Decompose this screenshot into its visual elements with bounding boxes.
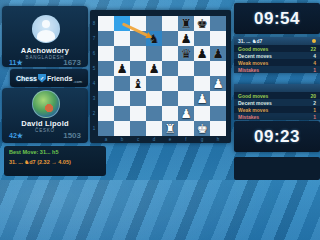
square-d7[interactable]: ♞: [146, 31, 162, 46]
square-b2[interactable]: [114, 106, 130, 121]
square-a1[interactable]: [98, 121, 114, 136]
square-h3[interactable]: [210, 91, 226, 106]
stat-row: Mistakes1: [234, 113, 320, 120]
square-f2[interactable]: ♟: [178, 106, 194, 121]
black-pawn-h6: ♟: [210, 46, 226, 61]
square-d4[interactable]: [146, 76, 162, 91]
square-d5[interactable]: ♟: [146, 61, 162, 76]
rank-label-3: 3: [90, 91, 98, 106]
square-a8[interactable]: [98, 16, 114, 31]
stat-value: 4: [313, 53, 316, 59]
shield-icon: ✓: [38, 74, 46, 83]
rank-label-8: 8: [90, 16, 98, 31]
stats-header: [234, 84, 320, 92]
square-h1[interactable]: [210, 121, 226, 136]
file-labels: abcdefgh: [98, 136, 226, 143]
black-pawn-f7: ♟: [178, 31, 194, 46]
stat-row: Decent moves2: [234, 99, 320, 106]
rank-label-7: 7: [90, 31, 98, 46]
square-d6[interactable]: [146, 46, 162, 61]
player-card-top: AAchowdory BANGLADESH 11★ 1673: [2, 6, 88, 67]
player-league-badge: 42★: [9, 132, 23, 140]
square-g2[interactable]: [194, 106, 210, 121]
stats-panel-top: 31. ... ♞d7Good moves22Decent moves4Weak…: [234, 37, 320, 73]
clock-top: 09:54: [234, 3, 320, 34]
square-f1[interactable]: [178, 121, 194, 136]
white-pawn-g3: ♟: [194, 91, 210, 106]
square-c2[interactable]: [130, 106, 146, 121]
stat-value: 20: [310, 93, 316, 99]
square-b3[interactable]: [114, 91, 130, 106]
board-squares: ♜♚♞♟♛♟♟♟♟♝♟♟♟♜♚: [98, 16, 226, 136]
square-a6[interactable]: [98, 46, 114, 61]
square-e7[interactable]: [162, 31, 178, 46]
white-pawn-f2: ♟: [178, 106, 194, 121]
square-a2[interactable]: [98, 106, 114, 121]
stat-label: Weak moves: [238, 107, 268, 113]
square-a5[interactable]: [98, 61, 114, 76]
white-pawn-h4: ♟: [210, 76, 226, 91]
square-b1[interactable]: [114, 121, 130, 136]
chessfriends-logo[interactable]: Chess ✓ Friends .com: [10, 69, 88, 87]
square-c5[interactable]: [130, 61, 146, 76]
stat-label: Decent moves: [238, 100, 272, 106]
logo-text-friends: Friends: [47, 75, 72, 82]
stat-label: Mistakes: [238, 114, 259, 120]
square-h5[interactable]: [210, 61, 226, 76]
square-g1[interactable]: ♚: [194, 121, 210, 136]
square-e3[interactable]: [162, 91, 178, 106]
black-pawn-b5: ♟: [114, 61, 130, 76]
stat-value: 1: [313, 107, 316, 113]
stats-header: 31. ... ♞d7: [234, 37, 320, 45]
black-queen-f6: ♛: [178, 46, 194, 61]
white-rook-e1: ♜: [162, 121, 178, 136]
square-e2[interactable]: [162, 106, 178, 121]
black-king-g8: ♚: [194, 16, 210, 31]
square-d2[interactable]: [146, 106, 162, 121]
rank-labels: 87654321: [90, 16, 98, 136]
square-g5[interactable]: [194, 61, 210, 76]
stat-label: Good moves: [238, 93, 268, 99]
clock-bottom-time: 09:23: [254, 127, 300, 147]
logo-text-chess: Chess: [16, 75, 37, 82]
square-b7[interactable]: [114, 31, 130, 46]
square-b5[interactable]: ♟: [114, 61, 130, 76]
square-g4[interactable]: [194, 76, 210, 91]
move-annotation-panel: Best Move: 31... h5 31. ... ♞d7 (2.32 → …: [4, 146, 106, 176]
stat-row: Decent moves4: [234, 52, 320, 59]
file-label-h: h: [210, 136, 226, 143]
square-h6[interactable]: ♟: [210, 46, 226, 61]
stat-row: Weak moves1: [234, 106, 320, 113]
player-card-bottom: David Lipold ČESKO 42★ 1503: [2, 88, 88, 143]
file-label-d: d: [146, 136, 162, 143]
stat-value: 1: [313, 67, 316, 73]
square-g3[interactable]: ♟: [194, 91, 210, 106]
black-bishop-c4: ♝: [130, 76, 146, 91]
stat-value: 2: [313, 100, 316, 106]
stat-row: Weak moves4: [234, 59, 320, 66]
black-pawn-g6: ♟: [194, 46, 210, 61]
rank-label-4: 4: [90, 76, 98, 91]
square-c3[interactable]: [130, 91, 146, 106]
file-label-a: a: [98, 136, 114, 143]
chess-board: 87654321 ♜♚♞♟♛♟♟♟♟♝♟♟♟♜♚ abcdefgh: [90, 10, 231, 143]
player-rating: 1673: [63, 58, 81, 67]
rank-label-5: 5: [90, 61, 98, 76]
logo-text-tld: .com: [73, 79, 82, 84]
stat-row: Good moves22: [234, 45, 320, 52]
square-a4[interactable]: [98, 76, 114, 91]
stat-value: 1: [313, 114, 316, 120]
square-e1[interactable]: ♜: [162, 121, 178, 136]
square-a3[interactable]: [98, 91, 114, 106]
rank-label-1: 1: [90, 121, 98, 136]
square-f5[interactable]: [178, 61, 194, 76]
player-name[interactable]: AAchowdory: [2, 46, 88, 55]
black-knight-d7: ♞: [146, 31, 162, 46]
stat-label: Mistakes: [238, 67, 259, 73]
square-f4[interactable]: [178, 76, 194, 91]
square-c4[interactable]: ♝: [130, 76, 146, 91]
avatar[interactable]: [32, 15, 60, 43]
square-d3[interactable]: [146, 91, 162, 106]
square-d1[interactable]: [146, 121, 162, 136]
file-label-f: f: [178, 136, 194, 143]
played-move-text: 31. ... ♞d7 (2.32 → 4.05): [9, 159, 101, 165]
clock-bottom: 09:23: [234, 121, 320, 152]
square-c1[interactable]: [130, 121, 146, 136]
square-e4[interactable]: [162, 76, 178, 91]
stat-value: 22: [310, 46, 316, 52]
square-e5[interactable]: [162, 61, 178, 76]
rank-label-6: 6: [90, 46, 98, 61]
stat-row: Mistakes1: [234, 66, 320, 73]
rank-label-2: 2: [90, 106, 98, 121]
square-b6[interactable]: [114, 46, 130, 61]
square-c7[interactable]: [130, 31, 146, 46]
player-name[interactable]: David Lipold: [2, 119, 88, 128]
square-h7[interactable]: [210, 31, 226, 46]
black-pawn-d5: ♟: [146, 61, 162, 76]
square-e8[interactable]: [162, 16, 178, 31]
square-g6[interactable]: ♟: [194, 46, 210, 61]
file-label-b: b: [114, 136, 130, 143]
stats-header-move: 31. ... ♞d7: [238, 38, 262, 44]
move-quality-dot-icon: [312, 39, 316, 43]
best-move-text: Best Move: 31... h5: [9, 149, 101, 155]
white-king-g1: ♚: [194, 121, 210, 136]
square-f7[interactable]: ♟: [178, 31, 194, 46]
stat-row: Good moves20: [234, 92, 320, 99]
avatar-silhouette-icon: [42, 20, 50, 28]
square-f6[interactable]: ♛: [178, 46, 194, 61]
square-d8[interactable]: [146, 16, 162, 31]
square-e6[interactable]: [162, 46, 178, 61]
square-h8[interactable]: [210, 16, 226, 31]
square-h4[interactable]: ♟: [210, 76, 226, 91]
file-label-e: e: [162, 136, 178, 143]
square-b8[interactable]: [114, 16, 130, 31]
square-g8[interactable]: ♚: [194, 16, 210, 31]
stat-label: Weak moves: [238, 60, 268, 66]
stat-label: Decent moves: [238, 53, 272, 59]
square-f3[interactable]: [178, 91, 194, 106]
square-h2[interactable]: [210, 106, 226, 121]
square-g7[interactable]: [194, 31, 210, 46]
stats-panel-bottom: Good moves20Decent moves2Weak moves1Mist…: [234, 84, 320, 120]
stat-value: 4: [313, 60, 316, 66]
file-label-c: c: [130, 136, 146, 143]
square-b4[interactable]: [114, 76, 130, 91]
square-c8[interactable]: [130, 16, 146, 31]
clock-top-time: 09:54: [254, 9, 300, 29]
square-a7[interactable]: [98, 31, 114, 46]
stat-label: Good moves: [238, 46, 268, 52]
player-league-badge: 11★: [9, 59, 23, 67]
bottom-right-panel: [234, 157, 320, 180]
square-c6[interactable]: [130, 46, 146, 61]
player-rating: 1503: [63, 131, 81, 140]
avatar-silhouette-icon: [37, 30, 55, 42]
black-rook-f8: ♜: [178, 16, 194, 31]
file-label-g: g: [194, 136, 210, 143]
square-f8[interactable]: ♜: [178, 16, 194, 31]
avatar[interactable]: [32, 90, 60, 118]
